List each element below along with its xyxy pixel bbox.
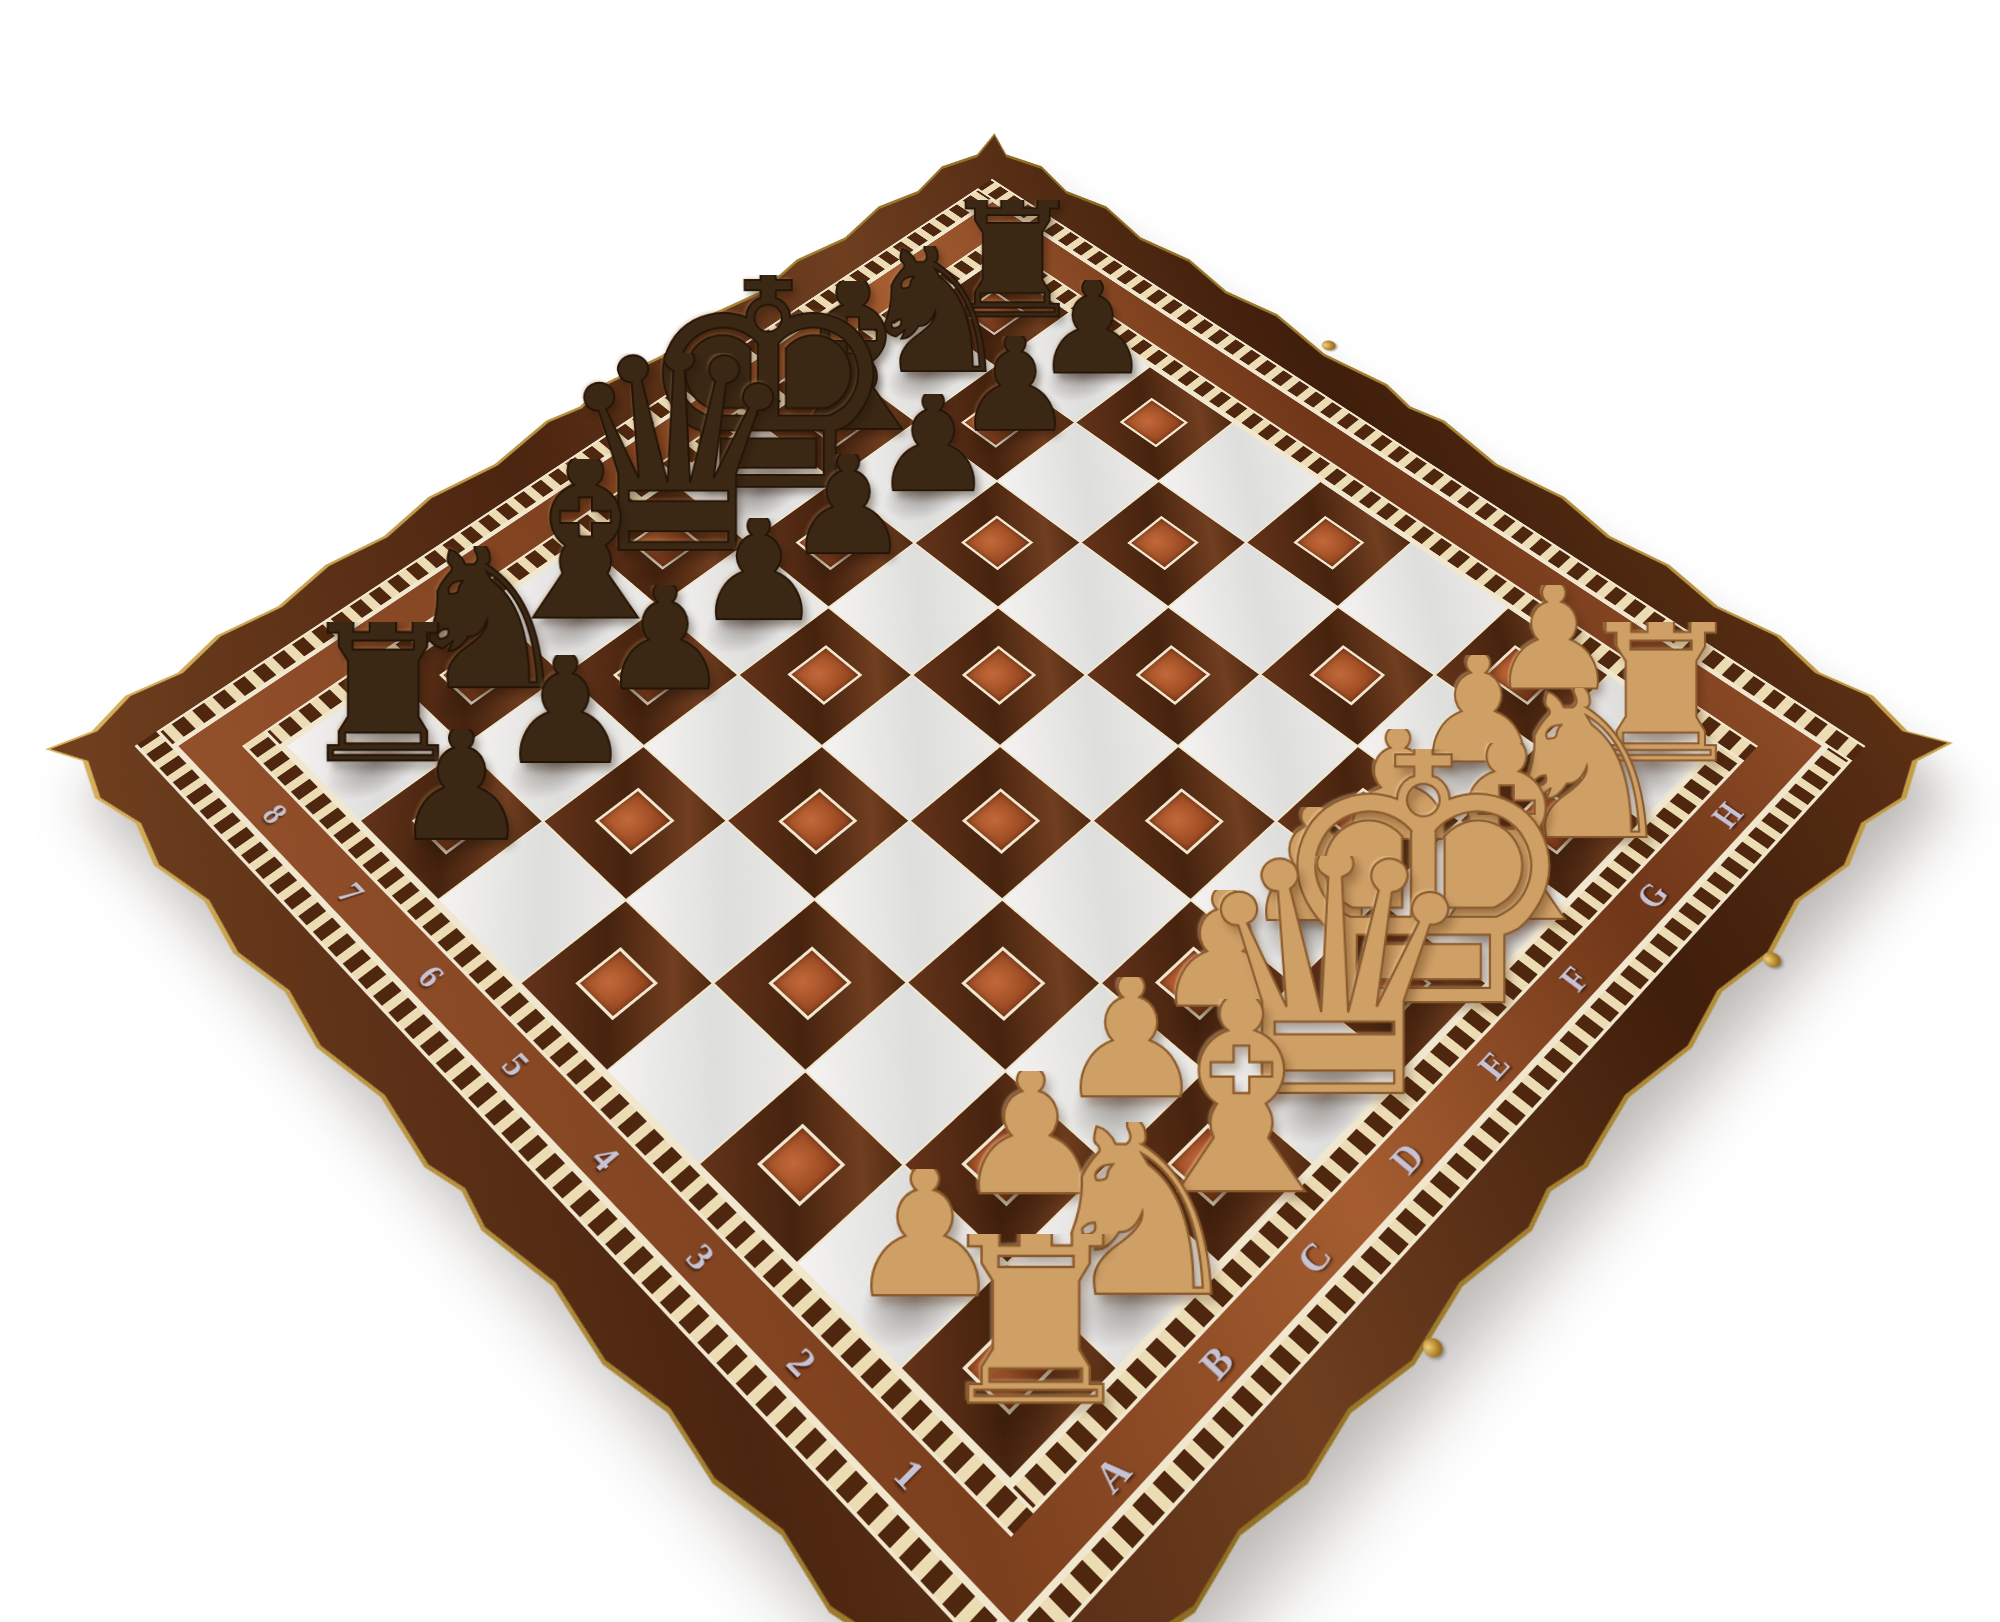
piece-white-rook: ♜ xyxy=(826,1233,1244,1406)
pieces-grid: ♜♞♝♛♚♝♞♜♟♟♟♟♟♟♟♟♟♟♟♟♟♟♟♟♜♞♝♛♚♝♞♜ xyxy=(276,256,1724,1493)
piece-black-pawn: ♟ xyxy=(286,729,637,841)
chess-set-photo: ABCDEFGH 12345678 ♜♞♝♛♚♝♞♜♟♟♟♟♟♟♟♟♟♟♟♟♟♟… xyxy=(0,0,2000,1622)
rank-label-6: 6 xyxy=(407,958,451,995)
brass-hinge xyxy=(1319,339,1338,353)
rank-label-1: 1 xyxy=(883,1450,932,1500)
board-plane: ABCDEFGH 12345678 ♜♞♝♛♚♝♞♜♟♟♟♟♟♟♟♟♟♟♟♟♟♟… xyxy=(38,129,1961,1622)
rank-label-2: 2 xyxy=(776,1339,824,1386)
rank-label-3: 3 xyxy=(676,1235,723,1279)
rank-label-5: 5 xyxy=(492,1045,537,1084)
file-label-a: A xyxy=(1085,1446,1141,1503)
rank-label-7: 7 xyxy=(328,876,372,911)
